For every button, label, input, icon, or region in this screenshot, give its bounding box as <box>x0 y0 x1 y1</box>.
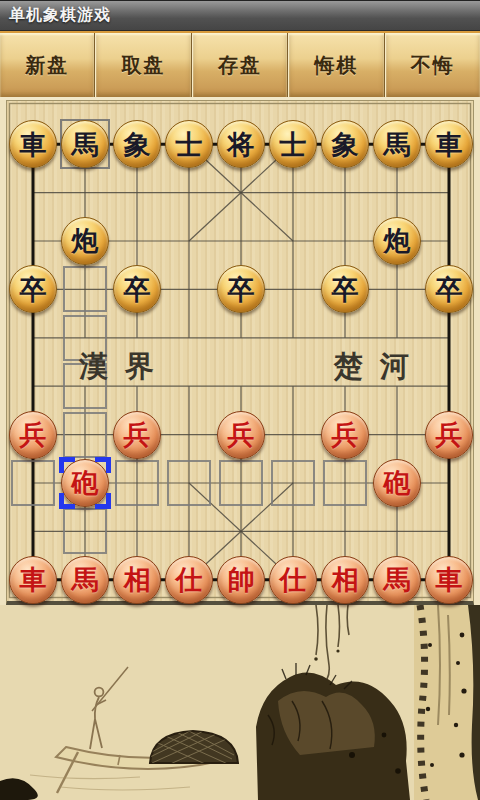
intersection-r7-c2[interactable] <box>111 459 163 507</box>
piece-red-soldier[interactable]: 兵 <box>425 411 473 459</box>
piece-black-elephant[interactable]: 象 <box>113 120 161 168</box>
intersection-r6-c6[interactable]: 兵 <box>319 410 371 458</box>
piece-black-cannon[interactable]: 炮 <box>373 217 421 265</box>
piece-red-advisor[interactable]: 仕 <box>269 556 317 604</box>
intersection-r7-c4[interactable] <box>215 459 267 507</box>
intersection-r2-c0[interactable] <box>7 217 59 265</box>
intersection-r9-c7[interactable]: 馬 <box>371 556 423 604</box>
intersection-r8-c0[interactable] <box>7 507 59 555</box>
app-screen: { "app": { "title": "单机象棋游戏" }, "toolbar… <box>0 0 480 800</box>
intersection-r9-c3[interactable]: 仕 <box>163 556 215 604</box>
move-hint-square[interactable] <box>63 508 107 554</box>
intersection-r5-c4[interactable] <box>215 362 267 410</box>
intersection-r3-c0[interactable]: 卒 <box>7 265 59 313</box>
intersection-r4-c5[interactable] <box>267 314 319 362</box>
piece-black-elephant[interactable]: 象 <box>321 120 369 168</box>
intersection-r3-c6[interactable]: 卒 <box>319 265 371 313</box>
intersection-r1-c5[interactable] <box>267 168 319 216</box>
piece-black-horse[interactable]: 馬 <box>61 120 109 168</box>
piece-red-elephant[interactable]: 相 <box>113 556 161 604</box>
piece-black-general[interactable]: 将 <box>217 120 265 168</box>
intersection-r6-c8[interactable]: 兵 <box>423 410 475 458</box>
footer-ink-painting <box>0 605 480 800</box>
intersection-r0-c4[interactable]: 将 <box>215 120 267 168</box>
intersection-r1-c0[interactable] <box>7 168 59 216</box>
intersection-r0-c6[interactable]: 象 <box>319 120 371 168</box>
piece-red-cannon[interactable]: 砲 <box>373 459 421 507</box>
intersection-r7-c5[interactable] <box>267 459 319 507</box>
intersection-r5-c0[interactable] <box>7 362 59 410</box>
cliff <box>414 605 480 800</box>
piece-black-soldier[interactable]: 卒 <box>425 265 473 313</box>
piece-red-soldier[interactable]: 兵 <box>217 411 265 459</box>
intersection-r8-c7[interactable] <box>371 507 423 555</box>
intersection-r5-c8[interactable] <box>423 362 475 410</box>
selected-piece-highlight <box>59 457 111 509</box>
piece-red-horse[interactable]: 馬 <box>61 556 109 604</box>
intersection-r7-c3[interactable] <box>163 459 215 507</box>
piece-red-chariot[interactable]: 車 <box>425 556 473 604</box>
intersection-r0-c7[interactable]: 馬 <box>371 120 423 168</box>
intersection-r3-c3[interactable] <box>163 265 215 313</box>
piece-black-horse[interactable]: 馬 <box>373 120 421 168</box>
title-bar: 单机象棋游戏 <box>0 0 480 31</box>
intersection-r2-c2[interactable] <box>111 217 163 265</box>
piece-black-cannon[interactable]: 炮 <box>61 217 109 265</box>
piece-red-chariot[interactable]: 車 <box>9 556 57 604</box>
intersection-r7-c1[interactable]: 砲 <box>59 459 111 507</box>
intersection-r9-c4[interactable]: 帥 <box>215 556 267 604</box>
piece-black-advisor[interactable]: 士 <box>269 120 317 168</box>
piece-black-chariot[interactable]: 車 <box>425 120 473 168</box>
intersection-r9-c1[interactable]: 馬 <box>59 556 111 604</box>
intersection-r6-c3[interactable] <box>163 410 215 458</box>
intersection-r8-c1[interactable] <box>59 507 111 555</box>
intersection-r6-c1[interactable] <box>59 410 111 458</box>
intersection-r0-c5[interactable]: 士 <box>267 120 319 168</box>
intersection-r5-c5[interactable] <box>267 362 319 410</box>
intersection-r1-c4[interactable] <box>215 168 267 216</box>
intersection-r3-c7[interactable] <box>371 265 423 313</box>
intersection-r1-c7[interactable] <box>371 168 423 216</box>
intersection-r3-c5[interactable] <box>267 265 319 313</box>
save-game-button[interactable]: 存盘 <box>192 33 288 97</box>
intersection-r8-c8[interactable] <box>423 507 475 555</box>
piece-black-soldier[interactable]: 卒 <box>217 265 265 313</box>
new-game-button[interactable]: 新盘 <box>0 33 95 97</box>
river-label-hanjie: 漢界 <box>79 347 171 377</box>
intersection-r3-c2[interactable]: 卒 <box>111 265 163 313</box>
intersection-r2-c4[interactable] <box>215 217 267 265</box>
intersection-r2-c8[interactable] <box>423 217 475 265</box>
piece-red-elephant[interactable]: 相 <box>321 556 369 604</box>
piece-black-soldier[interactable]: 卒 <box>9 265 57 313</box>
xiangqi-board: 漢界 楚河 車馬象士将士象馬車炮炮卒卒卒卒卒兵兵兵兵兵砲砲車馬相仕帥仕相馬車 <box>6 100 474 605</box>
move-hint-square[interactable] <box>63 412 107 458</box>
intersection-r7-c6[interactable] <box>319 459 371 507</box>
move-hint-square[interactable] <box>11 460 55 506</box>
intersection-r2-c5[interactable] <box>267 217 319 265</box>
intersection-r8-c5[interactable] <box>267 507 319 555</box>
move-hint-square[interactable] <box>271 460 315 506</box>
intersection-r9-c8[interactable]: 車 <box>423 556 475 604</box>
piece-black-chariot[interactable]: 車 <box>9 120 57 168</box>
piece-red-advisor[interactable]: 仕 <box>165 556 213 604</box>
piece-red-horse[interactable]: 馬 <box>373 556 421 604</box>
intersection-r9-c2[interactable]: 相 <box>111 556 163 604</box>
intersection-r9-c6[interactable]: 相 <box>319 556 371 604</box>
intersection-r1-c1[interactable] <box>59 168 111 216</box>
intersection-r0-c0[interactable]: 車 <box>7 120 59 168</box>
piece-black-advisor[interactable]: 士 <box>165 120 213 168</box>
undo-move-button[interactable]: 悔棋 <box>288 33 384 97</box>
intersection-r3-c4[interactable]: 卒 <box>215 265 267 313</box>
intersection-r4-c8[interactable] <box>423 314 475 362</box>
intersection-r8-c2[interactable] <box>111 507 163 555</box>
intersection-r6-c2[interactable]: 兵 <box>111 410 163 458</box>
load-game-button[interactable]: 取盘 <box>95 33 191 97</box>
intersection-r8-c6[interactable] <box>319 507 371 555</box>
move-hint-square[interactable] <box>63 266 107 312</box>
river-label-chuhe: 楚河 <box>334 347 426 377</box>
intersection-r7-c8[interactable] <box>423 459 475 507</box>
piece-black-soldier[interactable]: 卒 <box>113 265 161 313</box>
intersection-r4-c4[interactable] <box>215 314 267 362</box>
intersection-r9-c5[interactable]: 仕 <box>267 556 319 604</box>
intersection-r9-c0[interactable]: 車 <box>7 556 59 604</box>
intersection-r0-c1[interactable]: 馬 <box>59 120 111 168</box>
piece-red-soldier[interactable]: 兵 <box>321 411 369 459</box>
intersection-r2-c1[interactable]: 炮 <box>59 217 111 265</box>
intersection-r6-c4[interactable]: 兵 <box>215 410 267 458</box>
intersection-r4-c0[interactable] <box>7 314 59 362</box>
piece-black-soldier[interactable]: 卒 <box>321 265 369 313</box>
intersection-r3-c1[interactable] <box>59 265 111 313</box>
move-hint-square[interactable] <box>323 460 367 506</box>
intersection-r1-c3[interactable] <box>163 168 215 216</box>
intersection-r6-c0[interactable]: 兵 <box>7 410 59 458</box>
intersection-r0-c2[interactable]: 象 <box>111 120 163 168</box>
intersection-r6-c5[interactable] <box>267 410 319 458</box>
intersection-r1-c6[interactable] <box>319 168 371 216</box>
toolbar: 新盘 取盘 存盘 悔棋 不悔 <box>0 31 480 97</box>
cancel-undo-button[interactable]: 不悔 <box>385 33 480 97</box>
intersection-r1-c2[interactable] <box>111 168 163 216</box>
intersection-r2-c7[interactable]: 炮 <box>371 217 423 265</box>
move-hint-square[interactable] <box>115 460 159 506</box>
intersection-r6-c7[interactable] <box>371 410 423 458</box>
move-hint-square[interactable] <box>167 460 211 506</box>
intersection-r8-c4[interactable] <box>215 507 267 555</box>
intersection-r0-c8[interactable]: 車 <box>423 120 475 168</box>
intersection-r2-c6[interactable] <box>319 217 371 265</box>
intersection-r8-c3[interactable] <box>163 507 215 555</box>
intersection-r2-c3[interactable] <box>163 217 215 265</box>
intersection-r0-c3[interactable]: 士 <box>163 120 215 168</box>
piece-red-soldier[interactable]: 兵 <box>113 411 161 459</box>
intersection-r7-c7[interactable]: 砲 <box>371 459 423 507</box>
piece-red-soldier[interactable]: 兵 <box>9 411 57 459</box>
app-title: 单机象棋游戏 <box>0 5 111 26</box>
piece-red-general[interactable]: 帥 <box>217 556 265 604</box>
intersection-r3-c8[interactable]: 卒 <box>423 265 475 313</box>
move-hint-square[interactable] <box>219 460 263 506</box>
intersection-r7-c0[interactable] <box>7 459 59 507</box>
intersection-r1-c8[interactable] <box>423 168 475 216</box>
